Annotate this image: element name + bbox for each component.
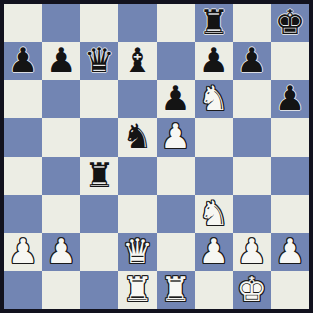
square-e5[interactable]: ♟ xyxy=(157,118,195,156)
square-d8[interactable] xyxy=(118,4,156,42)
square-d3[interactable] xyxy=(118,195,156,233)
chess-board-frame: ♜♚♟♟♛♝♟♟♟♞♟♞♟♜♞♟♟♛♟♟♟♜♜♚ xyxy=(0,0,313,313)
square-e3[interactable] xyxy=(157,195,195,233)
square-d5[interactable]: ♞ xyxy=(118,118,156,156)
black-rook[interactable]: ♜ xyxy=(84,158,114,192)
square-a3[interactable] xyxy=(4,195,42,233)
black-pawn[interactable]: ♟ xyxy=(237,43,267,77)
square-a5[interactable] xyxy=(4,118,42,156)
square-g7[interactable]: ♟ xyxy=(233,42,271,80)
black-pawn[interactable]: ♟ xyxy=(275,81,305,115)
square-f6[interactable]: ♞ xyxy=(195,80,233,118)
square-a2[interactable]: ♟ xyxy=(4,233,42,271)
square-b5[interactable] xyxy=(42,118,80,156)
white-rook[interactable]: ♜ xyxy=(122,272,152,306)
white-pawn[interactable]: ♟ xyxy=(237,234,267,268)
square-h8[interactable]: ♚ xyxy=(271,4,309,42)
square-b7[interactable]: ♟ xyxy=(42,42,80,80)
square-d6[interactable] xyxy=(118,80,156,118)
square-h4[interactable] xyxy=(271,157,309,195)
white-king[interactable]: ♚ xyxy=(237,272,267,306)
square-h1[interactable] xyxy=(271,271,309,309)
square-h5[interactable] xyxy=(271,118,309,156)
square-a6[interactable] xyxy=(4,80,42,118)
black-bishop[interactable]: ♝ xyxy=(122,43,152,77)
square-c7[interactable]: ♛ xyxy=(80,42,118,80)
square-c6[interactable] xyxy=(80,80,118,118)
square-c3[interactable] xyxy=(80,195,118,233)
white-pawn[interactable]: ♟ xyxy=(46,234,76,268)
square-b1[interactable] xyxy=(42,271,80,309)
black-rook[interactable]: ♜ xyxy=(198,5,228,39)
square-g6[interactable] xyxy=(233,80,271,118)
square-f8[interactable]: ♜ xyxy=(195,4,233,42)
square-e1[interactable]: ♜ xyxy=(157,271,195,309)
square-h7[interactable] xyxy=(271,42,309,80)
white-queen[interactable]: ♛ xyxy=(122,234,152,268)
square-e7[interactable] xyxy=(157,42,195,80)
square-e6[interactable]: ♟ xyxy=(157,80,195,118)
square-a1[interactable] xyxy=(4,271,42,309)
white-knight[interactable]: ♞ xyxy=(198,196,228,230)
square-c8[interactable] xyxy=(80,4,118,42)
square-d2[interactable]: ♛ xyxy=(118,233,156,271)
square-d1[interactable]: ♜ xyxy=(118,271,156,309)
black-knight[interactable]: ♞ xyxy=(122,119,152,153)
white-pawn[interactable]: ♟ xyxy=(8,234,38,268)
square-c2[interactable] xyxy=(80,233,118,271)
square-g1[interactable]: ♚ xyxy=(233,271,271,309)
square-a4[interactable] xyxy=(4,157,42,195)
square-a8[interactable] xyxy=(4,4,42,42)
chess-board: ♜♚♟♟♛♝♟♟♟♞♟♞♟♜♞♟♟♛♟♟♟♜♜♚ xyxy=(4,4,309,309)
square-h6[interactable]: ♟ xyxy=(271,80,309,118)
square-h3[interactable] xyxy=(271,195,309,233)
white-pawn[interactable]: ♟ xyxy=(275,234,305,268)
white-rook[interactable]: ♜ xyxy=(160,272,190,306)
square-g5[interactable] xyxy=(233,118,271,156)
square-b8[interactable] xyxy=(42,4,80,42)
black-pawn[interactable]: ♟ xyxy=(46,43,76,77)
square-f7[interactable]: ♟ xyxy=(195,42,233,80)
square-g8[interactable] xyxy=(233,4,271,42)
black-queen[interactable]: ♛ xyxy=(84,43,114,77)
square-c5[interactable] xyxy=(80,118,118,156)
square-f3[interactable]: ♞ xyxy=(195,195,233,233)
square-d4[interactable] xyxy=(118,157,156,195)
square-f2[interactable]: ♟ xyxy=(195,233,233,271)
square-h2[interactable]: ♟ xyxy=(271,233,309,271)
square-e8[interactable] xyxy=(157,4,195,42)
square-b2[interactable]: ♟ xyxy=(42,233,80,271)
square-f5[interactable] xyxy=(195,118,233,156)
square-g4[interactable] xyxy=(233,157,271,195)
white-pawn[interactable]: ♟ xyxy=(160,119,190,153)
square-g3[interactable] xyxy=(233,195,271,233)
square-d7[interactable]: ♝ xyxy=(118,42,156,80)
black-pawn[interactable]: ♟ xyxy=(8,43,38,77)
black-pawn[interactable]: ♟ xyxy=(160,81,190,115)
square-a7[interactable]: ♟ xyxy=(4,42,42,80)
white-pawn[interactable]: ♟ xyxy=(198,234,228,268)
square-b3[interactable] xyxy=(42,195,80,233)
square-b6[interactable] xyxy=(42,80,80,118)
white-knight[interactable]: ♞ xyxy=(198,81,228,115)
square-f4[interactable] xyxy=(195,157,233,195)
square-b4[interactable] xyxy=(42,157,80,195)
square-e4[interactable] xyxy=(157,157,195,195)
square-c1[interactable] xyxy=(80,271,118,309)
square-c4[interactable]: ♜ xyxy=(80,157,118,195)
square-g2[interactable]: ♟ xyxy=(233,233,271,271)
black-king[interactable]: ♚ xyxy=(275,5,305,39)
black-pawn[interactable]: ♟ xyxy=(198,43,228,77)
square-f1[interactable] xyxy=(195,271,233,309)
square-e2[interactable] xyxy=(157,233,195,271)
